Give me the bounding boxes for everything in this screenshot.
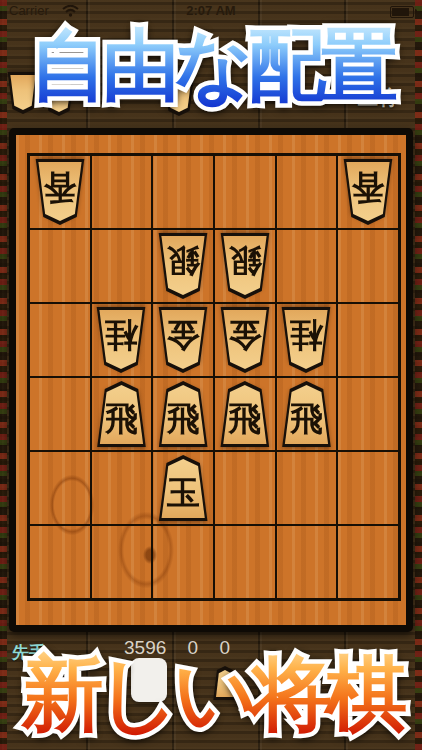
board-cell[interactable] [214, 525, 276, 599]
piece-kanji: 金 [218, 307, 272, 363]
board-cell[interactable] [29, 303, 91, 377]
board-cell[interactable] [276, 451, 338, 525]
shogi-piece-down[interactable]: 香 [33, 159, 87, 225]
promo-title-top-fill: 自由な配置 [0, 14, 422, 116]
board-cell[interactable] [29, 377, 91, 451]
shogi-piece-up[interactable]: 玉 [156, 455, 210, 521]
piece-kanji: 玉 [156, 465, 210, 521]
piece-kanji: 飛 [94, 391, 148, 447]
shogi-piece-up[interactable]: 飛 [156, 381, 210, 447]
shogi-board: 香香銀銀桂金金桂飛飛飛飛玉 [9, 128, 413, 632]
board-cell[interactable] [337, 303, 399, 377]
piece-kanji: 香 [33, 159, 87, 215]
board-cell[interactable]: 桂 [276, 303, 338, 377]
promo-title-top: 自由な配置 自由な配置 [0, 14, 422, 118]
board-cell[interactable] [276, 229, 338, 303]
shogi-piece-down[interactable]: 銀 [218, 233, 272, 299]
board-cell[interactable] [29, 525, 91, 599]
board-cell[interactable]: 金 [214, 303, 276, 377]
shogi-piece-down[interactable]: 金 [156, 307, 210, 373]
board-cell[interactable] [276, 155, 338, 229]
board-cell[interactable] [276, 525, 338, 599]
board-cell[interactable]: 香 [29, 155, 91, 229]
shogi-piece-up[interactable]: 飛 [279, 381, 333, 447]
board-cell[interactable] [337, 229, 399, 303]
piece-kanji: 銀 [156, 233, 210, 289]
shogi-piece-down[interactable]: 桂 [279, 307, 333, 373]
board-cell[interactable]: 飛 [276, 377, 338, 451]
board-cell[interactable]: 飛 [91, 377, 153, 451]
board-cell[interactable] [214, 155, 276, 229]
board-cell[interactable]: 桂 [91, 303, 153, 377]
piece-kanji: 飛 [156, 391, 210, 447]
board-cell[interactable] [91, 525, 153, 599]
board-cell[interactable] [337, 451, 399, 525]
board-cell[interactable] [29, 229, 91, 303]
board-cell[interactable]: 飛 [214, 377, 276, 451]
board-cell[interactable]: 銀 [152, 229, 214, 303]
shogi-piece-down[interactable]: 金 [218, 307, 272, 373]
piece-kanji: 銀 [218, 233, 272, 289]
board-cell[interactable] [152, 155, 214, 229]
board-grid: 香香銀銀桂金金桂飛飛飛飛玉 [27, 153, 401, 601]
board-cell[interactable]: 香 [337, 155, 399, 229]
board-cell[interactable] [337, 525, 399, 599]
shogi-piece-down[interactable]: 銀 [156, 233, 210, 299]
board-cell[interactable]: 飛 [152, 377, 214, 451]
board-cell[interactable] [29, 451, 91, 525]
app-screen: Carrier 2:07 AM 0 0 [0, 0, 422, 750]
piece-kanji: 香 [341, 159, 395, 215]
board-cell[interactable] [152, 525, 214, 599]
board-cell[interactable] [91, 229, 153, 303]
piece-kanji: 桂 [94, 307, 148, 363]
shogi-piece-up[interactable]: 飛 [94, 381, 148, 447]
piece-kanji: 飛 [279, 391, 333, 447]
shogi-piece-up[interactable]: 飛 [218, 381, 272, 447]
board-cell[interactable] [91, 155, 153, 229]
piece-kanji: 桂 [279, 307, 333, 363]
piece-kanji: 金 [156, 307, 210, 363]
board-surface: 香香銀銀桂金金桂飛飛飛飛玉 [16, 135, 406, 625]
board-cell[interactable] [91, 451, 153, 525]
board-cell[interactable]: 銀 [214, 229, 276, 303]
shogi-piece-down[interactable]: 香 [341, 159, 395, 225]
promo-title-bottom: 新しい将棋 新しい将棋 [0, 638, 422, 750]
board-cell[interactable] [214, 451, 276, 525]
piece-kanji: 飛 [218, 391, 272, 447]
board-cell[interactable]: 玉 [152, 451, 214, 525]
board-cell[interactable]: 金 [152, 303, 214, 377]
board-cell[interactable] [337, 377, 399, 451]
shogi-piece-down[interactable]: 桂 [94, 307, 148, 373]
promo-title-bottom-fill: 新しい将棋 [0, 638, 422, 748]
